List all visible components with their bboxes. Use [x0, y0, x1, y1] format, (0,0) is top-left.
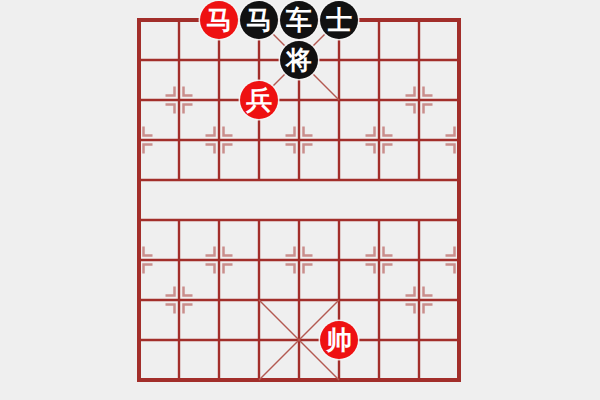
piece-red-general[interactable]: 帅 [320, 321, 358, 359]
piece-black-horse[interactable]: 马 [240, 1, 278, 39]
pieces-layer: 马马车士将兵帅 [119, 0, 479, 400]
xiangqi-board: 马马车士将兵帅 [0, 0, 600, 400]
piece-black-general[interactable]: 将 [280, 41, 318, 79]
board-point: 帅 [319, 320, 359, 360]
board-point: 士 [319, 0, 359, 40]
piece-black-chariot[interactable]: 车 [280, 1, 318, 39]
board-point: 将 [279, 40, 319, 80]
board-point: 马 [239, 0, 279, 40]
xiangqi-screen: 马马车士将兵帅 [0, 0, 600, 400]
piece-red-soldier[interactable]: 兵 [240, 81, 278, 119]
piece-red-horse[interactable]: 马 [200, 1, 238, 39]
board-point: 车 [279, 0, 319, 40]
board-point: 马 [199, 0, 239, 40]
board-point: 兵 [239, 80, 279, 120]
piece-black-advisor[interactable]: 士 [320, 1, 358, 39]
